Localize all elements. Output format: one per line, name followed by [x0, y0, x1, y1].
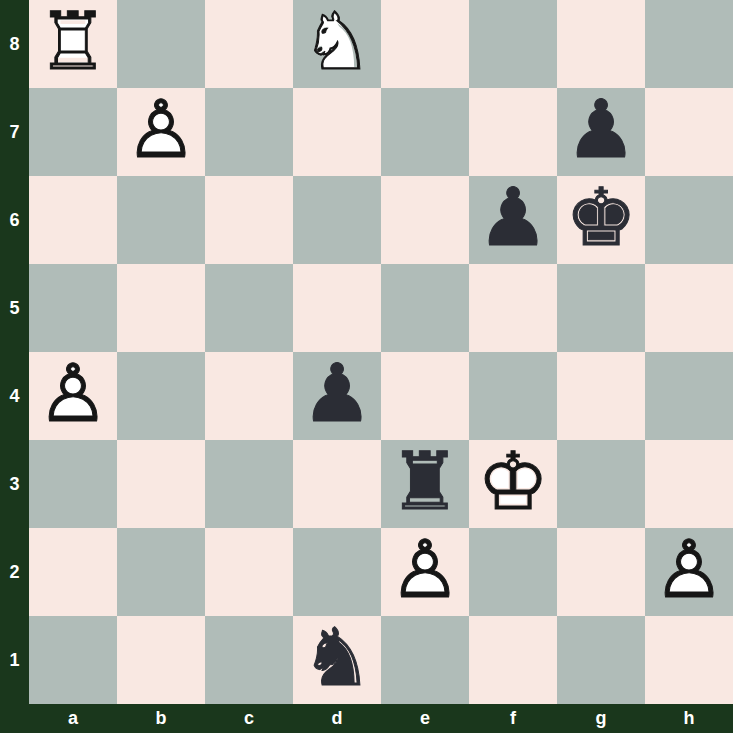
square-b4[interactable]: [117, 352, 205, 440]
white-rook-piece[interactable]: ♜♖: [29, 0, 117, 88]
square-a5[interactable]: [29, 264, 117, 352]
square-e2[interactable]: ♟♙: [381, 528, 469, 616]
square-f7[interactable]: [469, 88, 557, 176]
square-e4[interactable]: [381, 352, 469, 440]
chess-board: ♜♖♞♘♟♙♟♟♚♟♙♟♜♚♔♟♙♟♙♞: [29, 0, 733, 704]
rank-label-7: 7: [0, 88, 29, 176]
square-a4[interactable]: ♟♙: [29, 352, 117, 440]
square-h3[interactable]: [645, 440, 733, 528]
square-c1[interactable]: [205, 616, 293, 704]
square-e8[interactable]: [381, 0, 469, 88]
square-h4[interactable]: [645, 352, 733, 440]
square-d6[interactable]: [293, 176, 381, 264]
file-label-f: f: [469, 704, 557, 733]
square-e3[interactable]: ♜: [381, 440, 469, 528]
square-h1[interactable]: [645, 616, 733, 704]
square-b3[interactable]: [117, 440, 205, 528]
square-d5[interactable]: [293, 264, 381, 352]
file-label-h: h: [645, 704, 733, 733]
file-label-c: c: [205, 704, 293, 733]
white-king-piece[interactable]: ♚♔: [469, 440, 557, 528]
square-g5[interactable]: [557, 264, 645, 352]
square-f6[interactable]: ♟: [469, 176, 557, 264]
square-f4[interactable]: [469, 352, 557, 440]
square-g8[interactable]: [557, 0, 645, 88]
square-c7[interactable]: [205, 88, 293, 176]
square-h7[interactable]: [645, 88, 733, 176]
square-d1[interactable]: ♞: [293, 616, 381, 704]
black-pawn-piece[interactable]: ♟: [469, 176, 557, 264]
piece-solid-layer: ♟: [477, 178, 549, 258]
rank-label-8: 8: [0, 0, 29, 88]
square-f2[interactable]: [469, 528, 557, 616]
rank-label-4: 4: [0, 352, 29, 440]
piece-solid-layer: ♜: [389, 442, 461, 522]
square-h6[interactable]: [645, 176, 733, 264]
square-a3[interactable]: [29, 440, 117, 528]
piece-solid-layer: ♚: [565, 178, 637, 258]
white-pawn-piece[interactable]: ♟♙: [381, 528, 469, 616]
white-pawn-piece[interactable]: ♟♙: [645, 528, 733, 616]
piece-outline-layer: ♖: [37, 2, 109, 82]
black-pawn-piece[interactable]: ♟: [293, 352, 381, 440]
file-label-d: d: [293, 704, 381, 733]
square-a2[interactable]: [29, 528, 117, 616]
black-king-piece[interactable]: ♚: [557, 176, 645, 264]
square-d4[interactable]: ♟: [293, 352, 381, 440]
square-c6[interactable]: [205, 176, 293, 264]
piece-solid-layer: ♟: [301, 354, 373, 434]
square-b8[interactable]: [117, 0, 205, 88]
white-pawn-piece[interactable]: ♟♙: [29, 352, 117, 440]
square-b1[interactable]: [117, 616, 205, 704]
square-c8[interactable]: [205, 0, 293, 88]
square-b5[interactable]: [117, 264, 205, 352]
square-a6[interactable]: [29, 176, 117, 264]
square-e5[interactable]: [381, 264, 469, 352]
black-knight-piece[interactable]: ♞: [293, 616, 381, 704]
square-g6[interactable]: ♚: [557, 176, 645, 264]
square-h8[interactable]: [645, 0, 733, 88]
rank-label-3: 3: [0, 440, 29, 528]
file-labels: abcdefgh: [29, 704, 733, 733]
black-rook-piece[interactable]: ♜: [381, 440, 469, 528]
piece-solid-layer: ♞: [301, 618, 373, 698]
square-c4[interactable]: [205, 352, 293, 440]
square-f3[interactable]: ♚♔: [469, 440, 557, 528]
square-d7[interactable]: [293, 88, 381, 176]
square-b2[interactable]: [117, 528, 205, 616]
square-g4[interactable]: [557, 352, 645, 440]
rank-label-5: 5: [0, 264, 29, 352]
white-knight-piece[interactable]: ♞♘: [293, 0, 381, 88]
square-b7[interactable]: ♟♙: [117, 88, 205, 176]
piece-outline-layer: ♙: [37, 354, 109, 434]
piece-outline-layer: ♙: [389, 530, 461, 610]
square-h2[interactable]: ♟♙: [645, 528, 733, 616]
square-a8[interactable]: ♜♖: [29, 0, 117, 88]
file-label-g: g: [557, 704, 645, 733]
square-g2[interactable]: [557, 528, 645, 616]
square-h5[interactable]: [645, 264, 733, 352]
square-c5[interactable]: [205, 264, 293, 352]
square-f8[interactable]: [469, 0, 557, 88]
piece-solid-layer: ♟: [565, 90, 637, 170]
piece-outline-layer: ♔: [477, 442, 549, 522]
square-b6[interactable]: [117, 176, 205, 264]
rank-label-2: 2: [0, 528, 29, 616]
rank-label-6: 6: [0, 176, 29, 264]
square-g7[interactable]: ♟: [557, 88, 645, 176]
square-d2[interactable]: [293, 528, 381, 616]
rank-label-1: 1: [0, 616, 29, 704]
square-f1[interactable]: [469, 616, 557, 704]
square-e1[interactable]: [381, 616, 469, 704]
square-c2[interactable]: [205, 528, 293, 616]
file-label-e: e: [381, 704, 469, 733]
piece-outline-layer: ♘: [301, 2, 373, 82]
square-c3[interactable]: [205, 440, 293, 528]
square-e7[interactable]: [381, 88, 469, 176]
square-f5[interactable]: [469, 264, 557, 352]
white-pawn-piece[interactable]: ♟♙: [117, 88, 205, 176]
black-pawn-piece[interactable]: ♟: [557, 88, 645, 176]
square-g3[interactable]: [557, 440, 645, 528]
rank-labels: 87654321: [0, 0, 29, 704]
file-label-b: b: [117, 704, 205, 733]
piece-outline-layer: ♙: [125, 90, 197, 170]
piece-outline-layer: ♙: [653, 530, 725, 610]
square-g1[interactable]: [557, 616, 645, 704]
square-d3[interactable]: [293, 440, 381, 528]
square-a7[interactable]: [29, 88, 117, 176]
chess-board-frame: 87654321 ♜♖♞♘♟♙♟♟♚♟♙♟♜♚♔♟♙♟♙♞ abcdefgh: [0, 0, 733, 733]
square-d8[interactable]: ♞♘: [293, 0, 381, 88]
square-e6[interactable]: [381, 176, 469, 264]
file-label-a: a: [29, 704, 117, 733]
square-a1[interactable]: [29, 616, 117, 704]
